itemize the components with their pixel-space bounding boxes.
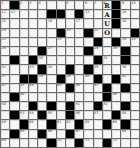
black-cell (121, 120, 129, 128)
grid-cell[interactable] (94, 120, 102, 128)
grid-cell[interactable]: 71 (84, 139, 92, 147)
clue-number: 14 (122, 10, 126, 14)
clue-number: 66 (48, 130, 52, 134)
clue-number: 64 (113, 120, 117, 124)
black-cell (66, 84, 74, 92)
clue-number: 7 (94, 1, 96, 5)
grid-cell[interactable]: 51 (75, 102, 83, 110)
grid-cell[interactable] (38, 10, 46, 18)
grid-cell[interactable]: 64 (112, 120, 120, 128)
grid-cell[interactable]: 45 (57, 84, 65, 92)
clue-number: 39 (66, 75, 70, 79)
grid-cell[interactable]: 9 (121, 1, 129, 9)
grid-cell[interactable] (84, 19, 92, 27)
grid-cell[interactable] (131, 120, 139, 128)
grid-cell[interactable] (47, 56, 55, 64)
clue-number: 13 (85, 10, 89, 14)
black-cell (94, 56, 102, 64)
clue-number: 21 (94, 29, 98, 33)
grid-cell[interactable]: 44 (29, 84, 37, 92)
grid-cell[interactable]: 10 (131, 1, 139, 9)
grid-cell[interactable] (66, 56, 74, 64)
grid-cell[interactable]: 32 (1, 65, 9, 73)
grid-cell[interactable]: 49 (112, 93, 120, 101)
grid-cell[interactable] (47, 29, 55, 37)
grid-cell[interactable] (10, 75, 18, 83)
grid-cell[interactable]: 1 (1, 1, 9, 9)
clue-number: 9 (122, 1, 124, 5)
grid-cell[interactable] (94, 19, 102, 27)
grid-cell[interactable]: 50 (1, 102, 9, 110)
grid-cell[interactable]: 33 (29, 65, 37, 73)
grid-cell[interactable]: 60 (29, 120, 37, 128)
grid-cell[interactable]: 40 (84, 75, 92, 83)
cell-letter: R (103, 1, 111, 9)
grid-cell[interactable]: 15 (1, 19, 9, 27)
grid-cell[interactable] (38, 139, 46, 147)
grid-cell[interactable]: 20 (66, 29, 74, 37)
grid-cell[interactable] (103, 38, 111, 46)
grid-cell[interactable] (10, 139, 18, 147)
clue-number: 23 (57, 38, 61, 42)
grid-cell[interactable] (75, 1, 83, 9)
black-cell (75, 120, 83, 128)
grid-cell[interactable]: 17 (75, 19, 83, 27)
black-cell (57, 10, 65, 18)
grid-cell[interactable]: 48 (20, 93, 28, 101)
grid-cell[interactable] (84, 38, 92, 46)
grid-cell[interactable] (103, 111, 111, 119)
grid-cell[interactable] (57, 47, 65, 55)
grid-cell[interactable] (38, 102, 46, 110)
black-cell (112, 19, 120, 27)
clue-number: 61 (57, 120, 61, 124)
black-cell (121, 47, 129, 55)
black-cell (57, 75, 65, 83)
grid-cell[interactable] (75, 65, 83, 73)
grid-cell[interactable] (57, 130, 65, 138)
grid-cell[interactable] (10, 38, 18, 46)
grid-cell[interactable] (131, 19, 139, 27)
black-cell (121, 84, 129, 92)
grid-cell[interactable]: 26 (1, 47, 9, 55)
clue-number: 44 (29, 84, 33, 88)
black-cell (47, 139, 55, 147)
grid-cell[interactable]: 11 (1, 10, 9, 18)
grid-cell[interactable]: 27 (47, 47, 55, 55)
clue-number: 60 (29, 120, 33, 124)
grid-cell[interactable] (20, 56, 28, 64)
grid-cell[interactable]: 6 (84, 1, 92, 9)
crossword-grid: 12345678R910111213A14151617U18192021O222… (0, 0, 140, 148)
grid-cell[interactable] (29, 19, 37, 27)
clue-number: 54 (29, 111, 33, 115)
grid-cell[interactable] (75, 56, 83, 64)
grid-cell[interactable] (75, 47, 83, 55)
grid-cell[interactable] (57, 93, 65, 101)
grid-cell[interactable] (75, 75, 83, 83)
black-cell (20, 75, 28, 83)
grid-cell[interactable] (94, 139, 102, 147)
cell-letter: A (103, 10, 111, 18)
grid-cell[interactable] (94, 10, 102, 18)
clue-number: 62 (66, 120, 70, 124)
grid-cell[interactable] (10, 65, 18, 73)
grid-cell[interactable]: 14 (121, 10, 129, 18)
clue-number: 34 (48, 65, 52, 69)
clue-number: 56 (76, 111, 80, 115)
grid-cell[interactable] (57, 1, 65, 9)
grid-cell[interactable]: 39 (66, 75, 74, 83)
clue-number: 71 (85, 139, 89, 143)
clue-number: 22 (2, 38, 6, 42)
clue-number: 10 (131, 1, 135, 5)
grid-cell[interactable]: 47 (94, 84, 102, 92)
grid-cell[interactable] (75, 93, 83, 101)
grid-cell[interactable] (1, 93, 9, 101)
black-cell (121, 56, 129, 64)
grid-cell[interactable] (47, 38, 55, 46)
clue-number: 16 (48, 19, 52, 23)
clue-number: 4 (39, 1, 41, 5)
grid-cell[interactable]: U (103, 19, 111, 27)
grid-cell[interactable]: 16 (47, 19, 55, 27)
grid-cell[interactable]: 52 (103, 102, 111, 110)
grid-cell[interactable] (131, 102, 139, 110)
grid-cell[interactable] (57, 65, 65, 73)
clue-number: 11 (2, 10, 6, 14)
clue-number: 27 (48, 47, 52, 51)
black-cell (94, 75, 102, 83)
grid-cell[interactable]: 36 (121, 65, 129, 73)
grid-cell[interactable] (20, 10, 28, 18)
grid-cell[interactable]: 28 (94, 47, 102, 55)
grid-cell[interactable]: 69 (1, 139, 9, 147)
grid-cell[interactable] (38, 19, 46, 27)
clue-number: 20 (66, 29, 70, 33)
grid-cell[interactable] (66, 139, 74, 147)
grid-cell[interactable]: 59 (1, 120, 9, 128)
grid-cell[interactable] (94, 130, 102, 138)
grid-cell[interactable] (66, 93, 74, 101)
clue-number: 3 (29, 1, 31, 5)
grid-cell[interactable] (29, 10, 37, 18)
clue-number: 28 (94, 47, 98, 51)
black-cell (47, 102, 55, 110)
grid-cell[interactable] (20, 139, 28, 147)
clue-number: 26 (2, 47, 6, 51)
grid-cell[interactable] (103, 47, 111, 55)
grid-cell[interactable] (10, 102, 18, 110)
grid-cell[interactable]: 72 (112, 139, 120, 147)
grid-cell[interactable]: 46 (75, 84, 83, 92)
grid-cell[interactable] (20, 47, 28, 55)
black-cell (84, 65, 92, 73)
black-cell (29, 102, 37, 110)
grid-cell[interactable] (103, 65, 111, 73)
grid-cell[interactable]: 38 (38, 75, 46, 83)
grid-cell[interactable] (20, 19, 28, 27)
grid-cell[interactable]: 61 (57, 120, 65, 128)
grid-cell[interactable] (84, 102, 92, 110)
grid-cell[interactable] (38, 29, 46, 37)
grid-cell[interactable] (66, 38, 74, 46)
grid-cell[interactable]: 19 (1, 29, 9, 37)
grid-cell[interactable]: 7 (94, 1, 102, 9)
grid-cell[interactable] (112, 84, 120, 92)
clue-number: 55 (48, 111, 52, 115)
grid-cell[interactable] (29, 93, 37, 101)
grid-cell[interactable]: 29 (112, 47, 120, 55)
grid-cell[interactable]: 30 (38, 56, 46, 64)
grid-cell[interactable] (121, 29, 129, 37)
grid-cell[interactable] (131, 93, 139, 101)
black-cell (103, 93, 111, 101)
grid-cell[interactable] (57, 111, 65, 119)
clue-number: 17 (76, 19, 80, 23)
grid-cell[interactable] (38, 38, 46, 46)
grid-cell[interactable] (112, 29, 120, 37)
grid-cell[interactable]: 34 (47, 65, 55, 73)
grid-cell[interactable]: 31 (103, 56, 111, 64)
black-cell (38, 130, 46, 138)
grid-cell[interactable] (10, 19, 18, 27)
grid-cell[interactable]: 37 (1, 75, 9, 83)
grid-cell[interactable] (131, 47, 139, 55)
grid-cell[interactable] (131, 75, 139, 83)
grid-cell[interactable] (84, 56, 92, 64)
grid-cell[interactable] (131, 56, 139, 64)
grid-cell[interactable]: 68 (121, 130, 129, 138)
clue-number: 49 (113, 93, 117, 97)
black-cell (66, 130, 74, 138)
clue-number: 51 (76, 102, 80, 106)
grid-cell[interactable] (84, 111, 92, 119)
clue-number: 72 (113, 139, 117, 143)
grid-cell[interactable]: 70 (57, 139, 65, 147)
grid-cell[interactable] (10, 120, 18, 128)
clue-number: 43 (20, 84, 24, 88)
grid-cell[interactable] (10, 29, 18, 37)
grid-cell[interactable] (47, 93, 55, 101)
grid-cell[interactable] (131, 65, 139, 73)
grid-cell[interactable]: 8R (103, 1, 111, 9)
grid-cell[interactable]: 62 (66, 120, 74, 128)
black-cell (103, 120, 111, 128)
grid-cell[interactable] (66, 19, 74, 27)
grid-cell[interactable]: 22 (1, 38, 9, 46)
grid-cell[interactable] (1, 56, 9, 64)
grid-cell[interactable] (20, 38, 28, 46)
grid-cell[interactable] (29, 38, 37, 46)
black-cell (29, 56, 37, 64)
grid-cell[interactable] (47, 75, 55, 83)
grid-cell[interactable]: 2 (20, 1, 28, 9)
grid-cell[interactable]: 4 (38, 1, 46, 9)
grid-cell[interactable] (131, 111, 139, 119)
black-cell (84, 29, 92, 37)
grid-cell[interactable]: 58 (121, 111, 129, 119)
grid-cell[interactable] (66, 10, 74, 18)
clue-number: 6 (85, 1, 87, 5)
grid-cell[interactable] (10, 84, 18, 92)
black-cell (10, 1, 18, 9)
grid-cell[interactable]: A (103, 10, 111, 18)
grid-cell[interactable] (103, 75, 111, 83)
grid-cell[interactable] (131, 130, 139, 138)
grid-cell[interactable] (47, 1, 55, 9)
grid-cell[interactable] (29, 29, 37, 37)
clue-number: 35 (94, 65, 98, 69)
grid-cell[interactable] (131, 10, 139, 18)
grid-cell[interactable]: 13 (84, 10, 92, 18)
grid-cell[interactable] (1, 111, 9, 119)
grid-cell[interactable]: 55 (47, 111, 55, 119)
grid-cell[interactable] (1, 130, 9, 138)
grid-cell[interactable]: 63 (84, 120, 92, 128)
black-cell (38, 111, 46, 119)
grid-cell[interactable]: 57 (94, 111, 102, 119)
grid-cell[interactable]: 41 (121, 75, 129, 83)
grid-cell[interactable] (121, 139, 129, 147)
clue-number: 52 (103, 102, 107, 106)
clue-number: 46 (76, 84, 80, 88)
grid-cell[interactable]: 5 (66, 1, 74, 9)
black-cell (57, 29, 65, 37)
grid-cell[interactable]: 12 (10, 10, 18, 18)
grid-cell[interactable] (47, 84, 55, 92)
black-cell (66, 111, 74, 119)
grid-cell[interactable] (66, 47, 74, 55)
clue-number: 45 (57, 84, 61, 88)
clue-number: 24 (122, 38, 126, 42)
grid-cell[interactable] (57, 102, 65, 110)
grid-cell[interactable] (112, 130, 120, 138)
grid-cell[interactable] (75, 29, 83, 37)
black-cell (75, 10, 83, 18)
grid-cell[interactable] (112, 56, 120, 64)
black-cell (75, 139, 83, 147)
grid-cell[interactable] (38, 84, 46, 92)
clue-number: 18 (122, 19, 126, 23)
grid-cell[interactable] (131, 139, 139, 147)
grid-cell[interactable]: 53 (20, 111, 28, 119)
grid-cell[interactable]: 35 (94, 65, 102, 73)
grid-cell[interactable] (84, 84, 92, 92)
clue-number: 70 (57, 139, 61, 143)
grid-cell[interactable] (20, 65, 28, 73)
grid-cell[interactable] (38, 93, 46, 101)
grid-cell[interactable] (57, 56, 65, 64)
black-cell (112, 38, 120, 46)
grid-cell[interactable]: 3 (29, 1, 37, 9)
grid-cell[interactable]: 65 (20, 130, 28, 138)
clue-number: 53 (20, 111, 24, 115)
grid-cell[interactable]: 23 (57, 38, 65, 46)
grid-cell[interactable] (75, 38, 83, 46)
clue-number: 1 (2, 1, 4, 5)
grid-cell[interactable] (112, 65, 120, 73)
clue-number: 47 (94, 84, 98, 88)
clue-number: 36 (122, 65, 126, 69)
grid-cell[interactable] (29, 47, 37, 55)
black-cell (94, 38, 102, 46)
clue-number: 63 (85, 120, 89, 124)
black-cell (112, 75, 120, 83)
black-cell (47, 120, 55, 128)
clue-number: 69 (2, 139, 6, 143)
clue-number: 67 (76, 130, 80, 134)
black-cell (38, 47, 46, 55)
grid-cell[interactable]: 54 (29, 111, 37, 119)
grid-cell[interactable]: 21 (94, 29, 102, 37)
clue-number: 30 (39, 56, 43, 60)
black-cell (112, 1, 120, 9)
black-cell (94, 102, 102, 110)
grid-cell[interactable]: 18 (121, 19, 129, 27)
black-cell (10, 93, 18, 101)
clue-number: 29 (113, 47, 117, 51)
clue-number: 59 (2, 120, 6, 124)
grid-cell[interactable]: O (103, 29, 111, 37)
grid-cell[interactable] (131, 84, 139, 92)
black-cell (103, 84, 111, 92)
grid-cell[interactable]: 43 (20, 84, 28, 92)
clue-number: 42 (2, 84, 6, 88)
grid-cell[interactable] (29, 130, 37, 138)
clue-number: 38 (39, 75, 43, 79)
clue-number: 48 (20, 93, 24, 97)
grid-cell[interactable] (112, 102, 120, 110)
grid-cell[interactable]: 25 (131, 38, 139, 46)
grid-cell[interactable] (29, 139, 37, 147)
grid-cell[interactable] (84, 93, 92, 101)
grid-cell[interactable]: 67 (75, 130, 83, 138)
black-cell (131, 29, 139, 37)
grid-cell[interactable] (94, 93, 102, 101)
clue-number: 19 (2, 29, 6, 33)
grid-cell[interactable] (10, 47, 18, 55)
grid-cell[interactable] (121, 93, 129, 101)
black-cell (112, 111, 120, 119)
clue-number: 68 (122, 130, 126, 134)
grid-cell[interactable] (103, 130, 111, 138)
black-cell (20, 120, 28, 128)
black-cell (10, 130, 18, 138)
clue-number: 25 (131, 38, 135, 42)
black-cell (84, 47, 92, 55)
black-cell (66, 102, 74, 110)
grid-cell[interactable] (20, 29, 28, 37)
black-cell (29, 75, 37, 83)
grid-cell[interactable]: 42 (1, 84, 9, 92)
black-cell (121, 102, 129, 110)
black-cell (66, 65, 74, 73)
grid-cell[interactable]: 56 (75, 111, 83, 119)
clue-number: 15 (2, 19, 6, 23)
grid-cell[interactable] (57, 19, 65, 27)
clue-number: 65 (20, 130, 24, 134)
grid-cell[interactable]: 66 (47, 130, 55, 138)
grid-cell[interactable] (38, 120, 46, 128)
grid-cell[interactable] (84, 130, 92, 138)
grid-cell[interactable]: 24 (121, 38, 129, 46)
clue-number: 2 (20, 1, 22, 5)
clue-number: 32 (2, 65, 6, 69)
clue-number: 33 (29, 65, 33, 69)
clue-number: 41 (122, 75, 126, 79)
grid-cell[interactable] (20, 102, 28, 110)
